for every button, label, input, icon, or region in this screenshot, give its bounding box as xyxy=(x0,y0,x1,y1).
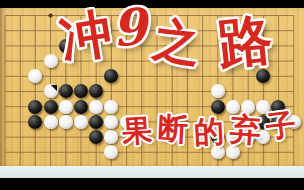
white-stone xyxy=(226,100,240,114)
white-stone xyxy=(89,100,103,114)
white-stone xyxy=(211,145,225,159)
goban-grid xyxy=(0,8,301,166)
black-stone xyxy=(271,100,285,114)
black-stone xyxy=(256,69,270,83)
white-stone xyxy=(241,100,255,114)
black-stone xyxy=(256,115,270,129)
white-stone xyxy=(28,69,42,83)
white-stone xyxy=(104,100,118,114)
white-stone xyxy=(44,54,58,68)
black-stone xyxy=(59,84,73,98)
white-stone xyxy=(44,115,58,129)
go-board xyxy=(0,8,304,166)
white-stone xyxy=(256,130,270,144)
white-stone xyxy=(226,145,240,159)
white-stone xyxy=(226,130,240,144)
black-stone xyxy=(74,100,88,114)
black-stone xyxy=(59,39,73,53)
white-stone xyxy=(59,115,73,129)
white-stone xyxy=(44,84,58,98)
white-stone xyxy=(59,100,73,114)
white-stone xyxy=(104,130,118,144)
black-stone xyxy=(104,69,118,83)
video-frame: 冲9之路 果断的弃子 xyxy=(0,0,304,190)
black-stone xyxy=(89,115,103,129)
white-stone xyxy=(256,100,270,114)
white-stone xyxy=(287,115,301,129)
black-stone xyxy=(28,115,42,129)
white-stone xyxy=(74,115,88,129)
black-stone xyxy=(211,130,225,144)
black-stone xyxy=(44,100,58,114)
black-stone xyxy=(211,100,225,114)
black-stone xyxy=(74,84,88,98)
black-stone xyxy=(89,130,103,144)
bottom-strip xyxy=(0,166,304,178)
white-stone xyxy=(104,115,118,129)
black-stone xyxy=(271,115,285,129)
black-stone xyxy=(89,84,103,98)
white-stone xyxy=(104,145,118,159)
white-stone xyxy=(120,115,134,129)
triangle-marker xyxy=(49,85,57,93)
black-stone xyxy=(241,115,255,129)
white-stone xyxy=(211,84,225,98)
black-stone xyxy=(28,100,42,114)
white-stone xyxy=(241,130,255,144)
